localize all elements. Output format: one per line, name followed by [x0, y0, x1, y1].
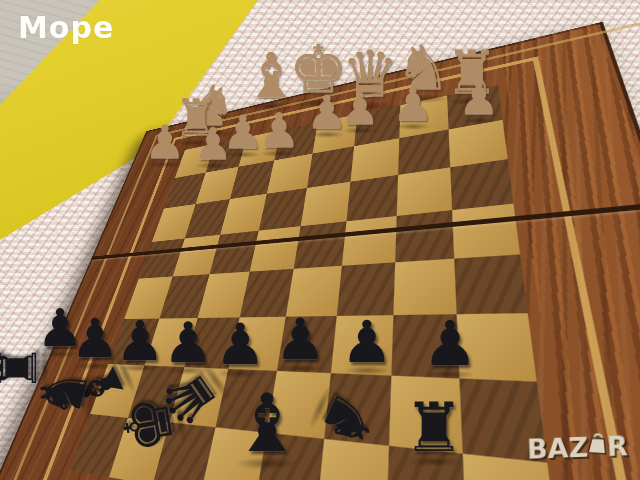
square-f5[interactable]	[342, 216, 397, 266]
piece-black-pawn[interactable]: ♟	[339, 310, 394, 374]
piece-black-pawn[interactable]: ♟	[213, 314, 267, 377]
square-e6[interactable]	[301, 182, 351, 226]
shopping-bag-icon	[586, 430, 609, 462]
square-f6[interactable]	[346, 175, 398, 221]
piece-white-pawn[interactable]: ♟	[391, 79, 435, 130]
piece-white-pawn[interactable]: ♟	[143, 117, 187, 168]
square-h4[interactable]	[454, 254, 528, 314]
piece-white-pawn[interactable]: ♟	[457, 73, 501, 124]
piece-white-pawn[interactable]: ♟	[305, 87, 349, 138]
piece-black-bishop[interactable]: ♝	[229, 380, 305, 468]
piece-black-king[interactable]: ♚	[108, 388, 188, 460]
bazar-text-right: R	[607, 430, 629, 462]
piece-white-bishop[interactable]: ♝	[242, 42, 301, 110]
watermark-more: Море	[18, 10, 114, 45]
piece-black-rook[interactable]: ♜	[402, 391, 467, 466]
photo-scene: ♜♟♞♟♟♝♟♚♟♛♟♞♟♜♟♟♟♟♟♟♟♟♟♜♞♝♛♚♝♞♜ Море BAZ…	[0, 0, 640, 480]
square-e5[interactable]	[294, 221, 347, 268]
bazar-logo: BAZ R	[526, 429, 628, 465]
square-d6[interactable]	[259, 188, 307, 231]
square-d5[interactable]	[250, 226, 301, 271]
square-h6[interactable]	[450, 159, 513, 210]
piece-black-pawn[interactable]: ♟	[421, 310, 480, 378]
piece-white-pawn[interactable]: ♟	[192, 120, 234, 168]
square-g5[interactable]	[395, 210, 454, 262]
square-g6[interactable]	[397, 167, 452, 216]
square-h5[interactable]	[452, 204, 520, 259]
bazar-text-left: BAZ	[527, 432, 589, 465]
piece-black-pawn[interactable]: ♟	[273, 309, 327, 372]
